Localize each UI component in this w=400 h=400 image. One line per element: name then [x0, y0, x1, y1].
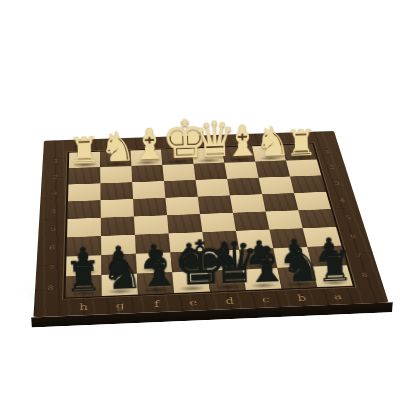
- file-label-f: f: [138, 296, 176, 313]
- rank-label-left-6: 6: [37, 237, 67, 257]
- piece-white-king-e1[interactable]: ♚: [161, 114, 194, 165]
- square-b8[interactable]: ♞: [277, 267, 317, 289]
- square-h3[interactable]: [68, 183, 101, 201]
- piece-white-rook-h1[interactable]: ♜: [68, 133, 100, 168]
- square-f5[interactable]: [134, 215, 169, 234]
- piece-black-queen-d8[interactable]: ♛: [208, 236, 246, 291]
- piece-black-knight-g8[interactable]: ♞: [100, 250, 138, 296]
- perspective-viewport: abcdefgh hgfedcba 12345678 12345678 ♜♞♝♚…: [0, 0, 400, 400]
- square-e8[interactable]: ♚: [172, 271, 210, 293]
- square-g8[interactable]: ♞: [102, 274, 138, 296]
- square-b1[interactable]: ♞: [252, 145, 286, 161]
- rank-label-left-1: 1: [42, 153, 69, 170]
- square-f3[interactable]: [132, 181, 165, 199]
- square-b3[interactable]: [259, 177, 294, 195]
- chess-board: abcdefgh hgfedcba 12345678 12345678 ♜♞♝♚…: [33, 131, 388, 317]
- file-label-g: g: [102, 297, 139, 314]
- square-h4[interactable]: [68, 200, 101, 219]
- square-h8[interactable]: ♜: [65, 275, 101, 297]
- rank-label-right-2: 2: [317, 159, 348, 176]
- piece-white-queen-d1[interactable]: ♛: [192, 116, 224, 163]
- square-b4[interactable]: [262, 193, 298, 211]
- rank-label-left-4: 4: [39, 201, 68, 220]
- square-g4[interactable]: [101, 199, 134, 218]
- file-label-a: a: [318, 288, 358, 305]
- chess-set-product-photo: abcdefgh hgfedcba 12345678 12345678 ♜♞♝♚…: [0, 0, 400, 400]
- square-a8[interactable]: ♜: [312, 265, 353, 287]
- square-d4[interactable]: [198, 195, 233, 214]
- square-d1[interactable]: ♛: [192, 147, 225, 163]
- square-c4[interactable]: [230, 194, 266, 213]
- square-e4[interactable]: [165, 197, 200, 216]
- piece-black-knight-b8[interactable]: ♞: [280, 243, 317, 289]
- square-a3[interactable]: [290, 175, 326, 193]
- square-h2[interactable]: [68, 167, 100, 184]
- square-h1[interactable]: ♜: [69, 152, 100, 169]
- rank-label-right-4: 4: [326, 191, 358, 209]
- rank-label-right-5: 5: [331, 208, 364, 227]
- square-b2[interactable]: [255, 161, 290, 178]
- square-c3[interactable]: [227, 178, 262, 196]
- square-a2[interactable]: [286, 160, 321, 177]
- square-f4[interactable]: [133, 198, 167, 217]
- piece-white-knight-b1[interactable]: ♞: [254, 122, 286, 161]
- piece-black-rook-h8[interactable]: ♜: [64, 256, 102, 297]
- square-a1[interactable]: ♜: [282, 144, 316, 160]
- square-e1[interactable]: ♚: [161, 148, 193, 165]
- square-a5[interactable]: [298, 209, 336, 228]
- square-g2[interactable]: [100, 166, 132, 183]
- piece-white-knight-g1[interactable]: ♞: [99, 128, 131, 168]
- board-grid: ♜♞♝♚♛♝♞♜♟♟♟♟♟♟♟♟♜♞♝♚♛♝♞♜: [63, 143, 355, 299]
- piece-white-rook-a1[interactable]: ♜: [285, 126, 317, 161]
- square-b5[interactable]: [266, 210, 303, 229]
- square-d2[interactable]: [194, 163, 228, 180]
- file-label-d: d: [210, 293, 249, 310]
- square-g3[interactable]: [100, 182, 133, 200]
- square-f2[interactable]: [131, 165, 164, 182]
- square-c5[interactable]: [233, 212, 270, 231]
- rank-label-left-2: 2: [41, 168, 69, 185]
- file-label-c: c: [246, 291, 285, 308]
- file-label-h: h: [65, 299, 102, 316]
- square-e3[interactable]: [164, 180, 198, 198]
- square-a4[interactable]: [294, 192, 331, 210]
- rank-label-left-5: 5: [38, 219, 67, 238]
- square-d8[interactable]: ♛: [207, 269, 246, 291]
- piece-black-rook-a8[interactable]: ♜: [316, 247, 353, 288]
- rank-label-right-3: 3: [321, 174, 353, 191]
- square-d3[interactable]: [196, 179, 230, 197]
- square-h5[interactable]: [67, 218, 101, 238]
- rank-label-right-1: 1: [312, 143, 342, 159]
- piece-black-king-e8[interactable]: ♚: [172, 233, 210, 292]
- rank-label-left-3: 3: [40, 185, 68, 203]
- square-e2[interactable]: [162, 164, 195, 181]
- square-g1[interactable]: ♞: [100, 151, 131, 168]
- rank-label-left-7: 7: [36, 257, 67, 278]
- square-c2[interactable]: [224, 162, 258, 179]
- file-label-e: e: [174, 294, 212, 311]
- file-label-b: b: [282, 290, 322, 307]
- rank-label-left-8: 8: [35, 277, 66, 299]
- square-g5[interactable]: [101, 216, 135, 236]
